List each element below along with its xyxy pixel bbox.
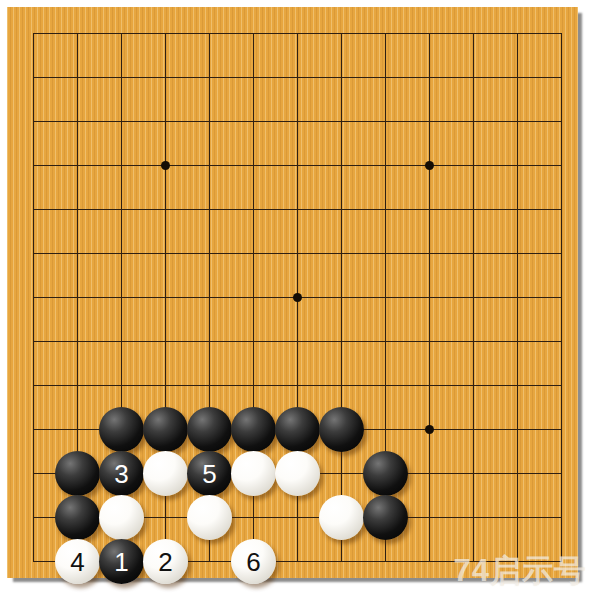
white-stone-move-4: 4 bbox=[55, 539, 100, 584]
black-stone bbox=[143, 407, 188, 452]
star-point bbox=[425, 425, 434, 434]
star-point bbox=[161, 161, 170, 170]
white-stone bbox=[319, 495, 364, 540]
white-stone-move-2: 2 bbox=[143, 539, 188, 584]
board-grid: 354126 bbox=[33, 33, 562, 562]
move-number: 6 bbox=[246, 549, 260, 575]
move-number: 4 bbox=[70, 549, 84, 575]
move-number: 3 bbox=[114, 461, 128, 487]
move-number: 5 bbox=[202, 461, 216, 487]
move-number: 2 bbox=[158, 549, 172, 575]
go-board: 354126 bbox=[7, 7, 578, 578]
black-stone bbox=[231, 407, 276, 452]
black-stone bbox=[55, 495, 100, 540]
star-point bbox=[293, 293, 302, 302]
white-stone bbox=[99, 495, 144, 540]
white-stone bbox=[143, 451, 188, 496]
watermark: 74启示号 bbox=[454, 550, 586, 592]
black-stone-move-5: 5 bbox=[187, 451, 232, 496]
white-stone bbox=[275, 451, 320, 496]
black-stone-move-1: 1 bbox=[99, 539, 144, 584]
black-stone bbox=[99, 407, 144, 452]
black-stone bbox=[363, 495, 408, 540]
star-point bbox=[425, 161, 434, 170]
black-stone bbox=[363, 451, 408, 496]
black-stone-move-3: 3 bbox=[99, 451, 144, 496]
white-stone bbox=[187, 495, 232, 540]
black-stone bbox=[187, 407, 232, 452]
move-number: 1 bbox=[114, 549, 128, 575]
white-stone-move-6: 6 bbox=[231, 539, 276, 584]
black-stone bbox=[55, 451, 100, 496]
white-stone bbox=[231, 451, 276, 496]
black-stone bbox=[319, 407, 364, 452]
black-stone bbox=[275, 407, 320, 452]
